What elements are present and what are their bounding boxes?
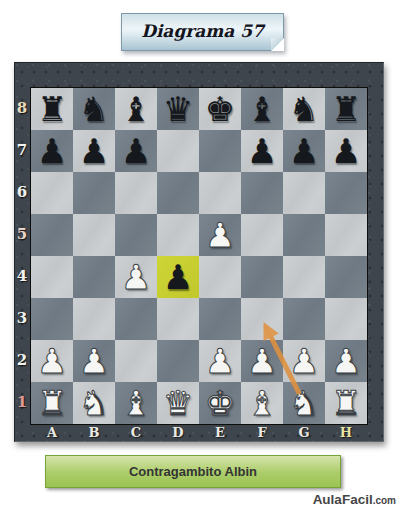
square-a6 [31,172,73,214]
rank-label-8: 8 [14,87,30,129]
caption-banner: Contragambito Albin [45,455,341,488]
black-bishop-piece: ♝ [241,88,283,130]
square-f3 [241,298,283,340]
square-h8: ♜ [325,88,367,130]
square-g1: ♞ [283,382,325,424]
white-pawn-piece: ♟ [199,214,241,256]
white-rook-piece: ♜ [325,382,367,424]
rank-label-1: 1 [14,381,30,423]
white-queen-piece: ♛ [157,382,199,424]
square-a4 [31,256,73,298]
file-label-f: F [241,425,283,441]
square-e1: ♚ [199,382,241,424]
square-c7: ♟ [115,130,157,172]
square-h5 [325,214,367,256]
square-c8: ♝ [115,88,157,130]
square-g7: ♟ [283,130,325,172]
watermark: AulaFacil.com [313,490,396,508]
square-g3 [283,298,325,340]
square-g8: ♞ [283,88,325,130]
black-pawn-piece: ♟ [73,130,115,172]
square-h2: ♟ [325,340,367,382]
board-grid: ♜♞♝♛♚♝♞♜♟♟♟♟♟♟♟♟♟♟♟♟♟♟♟♜♞♝♛♚♝♞♜ [30,87,368,425]
white-knight-piece: ♞ [283,382,325,424]
white-bishop-piece: ♝ [241,382,283,424]
black-pawn-piece: ♟ [241,130,283,172]
file-label-h: H [325,425,367,441]
square-d5 [157,214,199,256]
square-g2: ♟ [283,340,325,382]
square-a2: ♟ [31,340,73,382]
square-f1: ♝ [241,382,283,424]
title-text: Diagrama 57 [141,21,264,41]
square-d2 [157,340,199,382]
square-c3 [115,298,157,340]
white-pawn-piece: ♟ [325,340,367,382]
square-b7: ♟ [73,130,115,172]
square-b4 [73,256,115,298]
square-d3 [157,298,199,340]
square-e5: ♟ [199,214,241,256]
square-b2: ♟ [73,340,115,382]
white-rook-piece: ♜ [31,382,73,424]
square-b6 [73,172,115,214]
square-b5 [73,214,115,256]
file-label-c: C [115,425,157,441]
square-c5 [115,214,157,256]
white-pawn-piece: ♟ [73,340,115,382]
watermark-suffix: .com [373,495,396,506]
square-a3 [31,298,73,340]
square-e6 [199,172,241,214]
file-label-g: G [283,425,325,441]
square-d6 [157,172,199,214]
square-d7 [157,130,199,172]
rank-label-6: 6 [14,171,30,213]
caption-text: Contragambito Albin [129,464,257,479]
square-a5 [31,214,73,256]
square-d4: ♟ [157,256,199,298]
square-e3 [199,298,241,340]
square-f2: ♟ [241,340,283,382]
white-king-piece: ♚ [199,382,241,424]
white-pawn-piece: ♟ [115,256,157,298]
square-e8: ♚ [199,88,241,130]
square-e7 [199,130,241,172]
square-a1: ♜ [31,382,73,424]
square-a7: ♟ [31,130,73,172]
white-pawn-piece: ♟ [199,340,241,382]
rank-label-3: 3 [14,297,30,339]
square-g6 [283,172,325,214]
square-h7: ♟ [325,130,367,172]
square-b8: ♞ [73,88,115,130]
square-h1: ♜ [325,382,367,424]
square-f5 [241,214,283,256]
title-banner: Diagrama 57 [121,13,284,51]
white-pawn-piece: ♟ [283,340,325,382]
file-label-d: D [157,425,199,441]
square-h6 [325,172,367,214]
rank-label-5: 5 [14,213,30,255]
square-e2: ♟ [199,340,241,382]
file-label-a: A [31,425,73,441]
page: Diagrama 57 ♜♞♝♛♚♝♞♜♟♟♟♟♟♟♟♟♟♟♟♟♟♟♟♜♞♝♛♚… [0,0,398,508]
square-f4 [241,256,283,298]
white-pawn-piece: ♟ [241,340,283,382]
square-f6 [241,172,283,214]
square-c1: ♝ [115,382,157,424]
square-g5 [283,214,325,256]
black-rook-piece: ♜ [325,88,367,130]
file-label-e: E [199,425,241,441]
square-c4: ♟ [115,256,157,298]
square-h4 [325,256,367,298]
white-bishop-piece: ♝ [115,382,157,424]
white-pawn-piece: ♟ [31,340,73,382]
black-pawn-piece: ♟ [283,130,325,172]
square-g4 [283,256,325,298]
white-knight-piece: ♞ [73,382,115,424]
black-pawn-piece: ♟ [325,130,367,172]
black-pawn-piece: ♟ [31,130,73,172]
black-knight-piece: ♞ [283,88,325,130]
rank-label-4: 4 [14,255,30,297]
square-c6 [115,172,157,214]
square-d1: ♛ [157,382,199,424]
black-pawn-piece: ♟ [157,256,199,298]
square-a8: ♜ [31,88,73,130]
square-f7: ♟ [241,130,283,172]
square-b3 [73,298,115,340]
rank-label-2: 2 [14,339,30,381]
black-knight-piece: ♞ [73,88,115,130]
black-rook-piece: ♜ [31,88,73,130]
square-f8: ♝ [241,88,283,130]
chess-board-frame: ♜♞♝♛♚♝♞♜♟♟♟♟♟♟♟♟♟♟♟♟♟♟♟♜♞♝♛♚♝♞♜ 87654321… [14,62,384,442]
black-bishop-piece: ♝ [115,88,157,130]
watermark-brand: AulaFacil [313,492,373,507]
square-h3 [325,298,367,340]
black-pawn-piece: ♟ [115,130,157,172]
square-c2 [115,340,157,382]
square-d8: ♛ [157,88,199,130]
black-queen-piece: ♛ [157,88,199,130]
file-label-b: B [73,425,115,441]
black-king-piece: ♚ [199,88,241,130]
rank-label-7: 7 [14,129,30,171]
square-b1: ♞ [73,382,115,424]
square-e4 [199,256,241,298]
